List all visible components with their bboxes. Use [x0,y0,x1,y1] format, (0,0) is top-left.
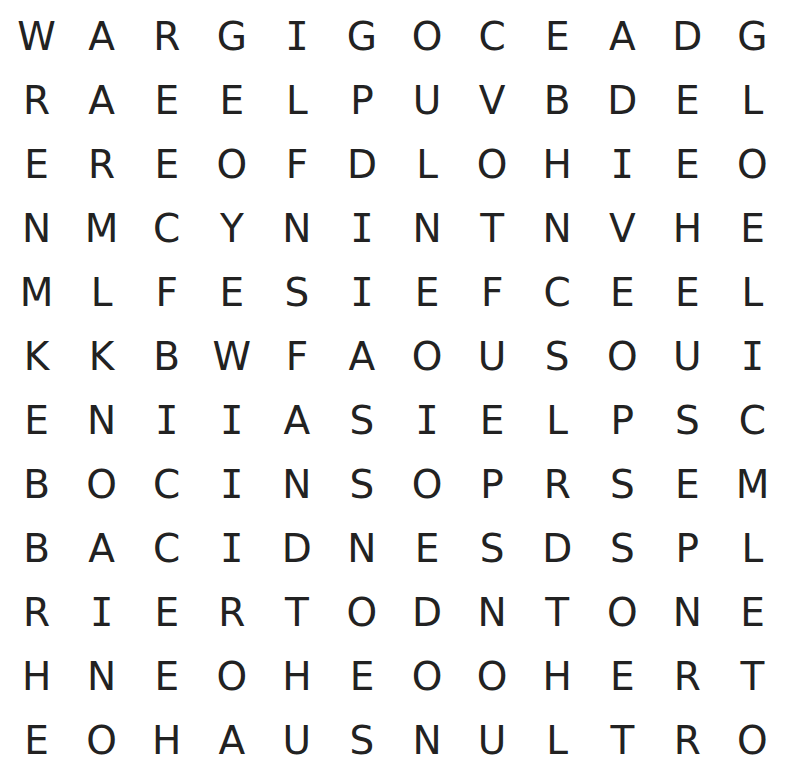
grid-cell[interactable]: A [590,4,655,68]
grid-cell[interactable]: A [199,708,264,772]
grid-cell[interactable]: C [720,388,785,452]
grid-cell[interactable]: C [134,516,199,580]
grid-cell[interactable]: O [395,452,460,516]
grid-cell[interactable]: F [264,324,329,388]
grid-cell[interactable]: I [134,388,199,452]
grid-cell[interactable]: O [395,324,460,388]
grid-cell[interactable]: O [69,452,134,516]
grid-cell[interactable]: E [395,260,460,324]
grid-cell[interactable]: E [655,260,720,324]
grid-cell[interactable]: A [329,324,394,388]
grid-cell[interactable]: T [720,644,785,708]
grid-cell[interactable]: N [69,644,134,708]
grid-cell[interactable]: N [395,708,460,772]
grid-cell[interactable]: O [590,580,655,644]
grid-cell[interactable]: I [720,324,785,388]
grid-cell[interactable]: B [4,516,69,580]
grid-cell[interactable]: N [329,516,394,580]
grid-cell[interactable]: N [4,196,69,260]
grid-cell[interactable]: P [590,388,655,452]
grid-cell[interactable]: N [264,196,329,260]
grid-cell[interactable]: O [395,4,460,68]
grid-cell[interactable]: H [525,132,590,196]
grid-cell[interactable]: O [395,644,460,708]
grid-cell[interactable]: S [329,708,394,772]
grid-cell[interactable]: L [525,388,590,452]
grid-cell[interactable]: N [460,580,525,644]
grid-cell[interactable]: O [720,708,785,772]
grid-cell[interactable]: E [134,580,199,644]
grid-cell[interactable]: A [69,68,134,132]
grid-cell[interactable]: G [720,4,785,68]
grid-cell[interactable]: E [590,260,655,324]
grid-cell[interactable]: L [69,260,134,324]
grid-cell[interactable]: C [134,452,199,516]
grid-cell[interactable]: I [199,452,264,516]
grid-cell[interactable]: E [720,196,785,260]
grid-cell[interactable]: S [590,452,655,516]
grid-cell[interactable]: T [590,708,655,772]
grid-cell[interactable]: F [460,260,525,324]
grid-cell[interactable]: D [329,132,394,196]
grid-cell[interactable]: B [134,324,199,388]
grid-cell[interactable]: O [590,324,655,388]
grid-cell[interactable]: N [395,196,460,260]
grid-cell[interactable]: Y [199,196,264,260]
grid-cell[interactable]: S [329,452,394,516]
grid-cell[interactable]: O [720,132,785,196]
grid-cell[interactable]: K [4,324,69,388]
grid-cell[interactable]: N [525,196,590,260]
grid-cell[interactable]: H [4,644,69,708]
grid-cell[interactable]: E [4,708,69,772]
grid-cell[interactable]: N [69,388,134,452]
grid-cell[interactable]: R [4,580,69,644]
grid-cell[interactable]: L [395,132,460,196]
grid-cell[interactable]: O [329,580,394,644]
grid-cell[interactable]: R [4,68,69,132]
grid-cell[interactable]: E [4,132,69,196]
grid-cell[interactable]: M [720,452,785,516]
grid-cell[interactable]: G [329,4,394,68]
grid-cell[interactable]: E [395,516,460,580]
grid-cell[interactable]: R [655,708,720,772]
grid-cell[interactable]: U [395,68,460,132]
grid-cell[interactable]: N [655,580,720,644]
grid-cell[interactable]: P [655,516,720,580]
grid-cell[interactable]: F [134,260,199,324]
grid-cell[interactable]: B [525,68,590,132]
grid-cell[interactable]: S [655,388,720,452]
grid-cell[interactable]: L [264,68,329,132]
grid-cell[interactable]: R [199,580,264,644]
grid-cell[interactable]: M [4,260,69,324]
grid-cell[interactable]: H [264,644,329,708]
grid-cell[interactable]: D [395,580,460,644]
grid-cell[interactable]: E [525,4,590,68]
grid-cell[interactable]: U [655,324,720,388]
grid-cell[interactable]: L [720,260,785,324]
grid-cell[interactable]: A [264,388,329,452]
grid-cell[interactable]: I [590,132,655,196]
grid-cell[interactable]: S [264,260,329,324]
grid-cell[interactable]: O [460,132,525,196]
grid-cell[interactable]: B [4,452,69,516]
grid-cell[interactable]: E [134,644,199,708]
grid-cell[interactable]: I [395,388,460,452]
grid-cell[interactable]: O [460,644,525,708]
grid-cell[interactable]: W [4,4,69,68]
grid-cell[interactable]: I [199,388,264,452]
grid-cell[interactable]: U [460,708,525,772]
grid-cell[interactable]: A [69,516,134,580]
grid-cell[interactable]: V [460,68,525,132]
grid-cell[interactable]: E [460,388,525,452]
grid-cell[interactable]: O [199,644,264,708]
grid-cell[interactable]: S [590,516,655,580]
grid-cell[interactable]: E [134,68,199,132]
grid-cell[interactable]: C [525,260,590,324]
grid-cell[interactable]: G [199,4,264,68]
grid-cell[interactable]: M [69,196,134,260]
grid-cell[interactable]: T [460,196,525,260]
grid-cell[interactable]: V [590,196,655,260]
grid-cell[interactable]: C [134,196,199,260]
grid-cell[interactable]: O [69,708,134,772]
grid-cell[interactable]: W [199,324,264,388]
grid-cell[interactable]: S [525,324,590,388]
grid-cell[interactable]: P [460,452,525,516]
grid-cell[interactable]: D [264,516,329,580]
grid-cell[interactable]: R [525,452,590,516]
grid-cell[interactable]: I [329,196,394,260]
grid-cell[interactable]: E [655,132,720,196]
grid-cell[interactable]: P [329,68,394,132]
grid-cell[interactable]: C [460,4,525,68]
grid-cell[interactable]: R [69,132,134,196]
grid-cell[interactable]: E [655,68,720,132]
grid-cell[interactable]: R [134,4,199,68]
grid-cell[interactable]: E [199,68,264,132]
grid-cell[interactable]: L [720,516,785,580]
grid-cell[interactable]: U [460,324,525,388]
grid-cell[interactable]: E [329,644,394,708]
grid-cell[interactable]: R [655,644,720,708]
grid-cell[interactable]: D [525,516,590,580]
grid-cell[interactable]: E [655,452,720,516]
grid-cell[interactable]: N [264,452,329,516]
grid-cell[interactable]: D [655,4,720,68]
grid-cell[interactable]: I [69,580,134,644]
grid-cell[interactable]: S [460,516,525,580]
grid-cell[interactable]: O [199,132,264,196]
grid-cell[interactable]: I [329,260,394,324]
grid-cell[interactable]: H [134,708,199,772]
grid-cell[interactable]: K [69,324,134,388]
grid-cell[interactable]: L [720,68,785,132]
grid-cell[interactable]: U [264,708,329,772]
grid-cell[interactable]: T [525,580,590,644]
word-search-board: WARGIGOCEADGRAEELPUVBDELEREOFDLOHIEONMCY… [0,0,800,784]
grid-cell[interactable]: E [720,580,785,644]
grid-cell[interactable]: H [655,196,720,260]
grid-cell[interactable]: H [525,644,590,708]
grid-cell[interactable]: F [264,132,329,196]
grid-cell[interactable]: S [329,388,394,452]
grid-cell[interactable]: D [590,68,655,132]
grid-cell[interactable]: I [264,4,329,68]
grid-cell[interactable]: I [199,516,264,580]
grid-cell[interactable]: T [264,580,329,644]
grid-cell[interactable]: L [525,708,590,772]
grid-cell[interactable]: E [134,132,199,196]
grid-cell[interactable]: E [590,644,655,708]
grid-cell[interactable]: A [69,4,134,68]
grid-cell[interactable]: E [199,260,264,324]
grid-cell[interactable]: E [4,388,69,452]
